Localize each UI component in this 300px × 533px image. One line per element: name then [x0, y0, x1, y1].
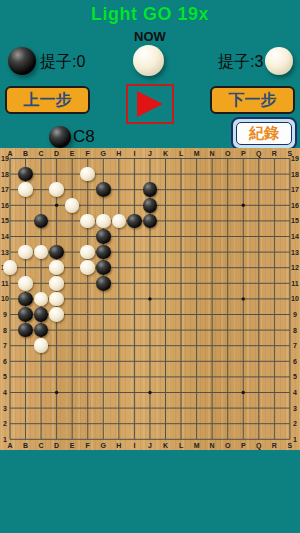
- stone-B13: [18, 245, 33, 260]
- row-label-left-13: 13: [0, 248, 10, 257]
- col-label-bottom-G: G: [96, 441, 110, 450]
- record-button-label: 紀錄: [249, 124, 279, 143]
- black-captures-label: 提子:0: [40, 52, 85, 73]
- col-label-bottom-M: M: [190, 441, 204, 450]
- row-label-right-4: 4: [290, 388, 300, 397]
- stone-I15: [127, 214, 142, 229]
- col-label-top-L: L: [174, 149, 188, 158]
- col-label-bottom-R: R: [267, 441, 281, 450]
- col-label-bottom-P: P: [236, 441, 250, 450]
- row-label-left-16: 16: [0, 201, 10, 210]
- row-label-right-10: 10: [290, 294, 300, 303]
- app-screen: Light GO 19x NOW 提子:0 提子:3 上一步 下一步 C8 紀錄…: [0, 0, 300, 533]
- row-label-left-19: 19: [0, 154, 10, 163]
- col-label-top-G: G: [96, 149, 110, 158]
- row-label-left-8: 8: [0, 326, 10, 335]
- col-label-top-I: I: [127, 149, 141, 158]
- col-label-top-P: P: [236, 149, 250, 158]
- col-label-bottom-O: O: [221, 441, 235, 450]
- col-label-top-J: J: [143, 149, 157, 158]
- col-label-bottom-F: F: [81, 441, 95, 450]
- stone-B10: [18, 292, 33, 307]
- record-button[interactable]: 紀錄: [231, 117, 297, 150]
- col-label-top-K: K: [159, 149, 173, 158]
- stone-D11: [49, 276, 64, 291]
- last-move-label: C8: [73, 127, 95, 147]
- last-move-stone-icon: [49, 126, 71, 148]
- col-label-bottom-I: I: [127, 441, 141, 450]
- row-label-right-17: 17: [290, 185, 300, 194]
- row-label-right-14: 14: [290, 232, 300, 241]
- stone-D9: [49, 307, 64, 322]
- row-label-left-4: 4: [0, 388, 10, 397]
- col-label-bottom-B: B: [19, 441, 33, 450]
- col-label-bottom-J: J: [143, 441, 157, 450]
- stone-D17: [49, 182, 64, 197]
- play-button[interactable]: [126, 84, 174, 124]
- row-label-left-14: 14: [0, 232, 10, 241]
- row-label-left-5: 5: [0, 372, 10, 381]
- col-label-top-R: R: [267, 149, 281, 158]
- row-label-right-2: 2: [290, 419, 300, 428]
- stone-D10: [49, 292, 64, 307]
- stone-G15: [96, 214, 111, 229]
- row-label-left-10: 10: [0, 294, 10, 303]
- record-button-inner: 紀錄: [236, 122, 292, 145]
- col-label-top-N: N: [205, 149, 219, 158]
- col-label-top-D: D: [50, 149, 64, 158]
- col-label-bottom-E: E: [65, 441, 79, 450]
- app-title: Light GO 19x: [0, 4, 300, 25]
- row-label-right-12: 12: [290, 263, 300, 272]
- row-label-left-3: 3: [0, 404, 10, 413]
- stone-F15: [80, 214, 95, 229]
- stone-G13: [96, 245, 111, 260]
- col-label-top-F: F: [81, 149, 95, 158]
- row-label-right-16: 16: [290, 201, 300, 210]
- col-label-top-Q: Q: [252, 149, 266, 158]
- row-label-left-9: 9: [0, 310, 10, 319]
- stone-B9: [18, 307, 33, 322]
- stone-B18: [18, 167, 33, 182]
- stone-G12: [96, 260, 111, 275]
- stone-G11: [96, 276, 111, 291]
- row-label-right-6: 6: [290, 357, 300, 366]
- stone-J16: [143, 198, 158, 213]
- row-label-left-1: 1: [0, 435, 10, 444]
- next-move-button[interactable]: 下一步: [210, 86, 295, 114]
- row-label-right-1: 1: [290, 435, 300, 444]
- row-label-right-18: 18: [290, 170, 300, 179]
- row-label-right-11: 11: [290, 279, 300, 288]
- row-label-left-2: 2: [0, 419, 10, 428]
- current-turn-stone-icon: [133, 45, 164, 76]
- col-label-bottom-C: C: [34, 441, 48, 450]
- stone-G17: [96, 182, 111, 197]
- col-label-top-C: C: [34, 149, 48, 158]
- row-label-left-18: 18: [0, 170, 10, 179]
- row-label-left-7: 7: [0, 341, 10, 350]
- col-label-bottom-N: N: [205, 441, 219, 450]
- black-player-stone-icon: [8, 47, 36, 75]
- row-label-right-15: 15: [290, 216, 300, 225]
- row-label-right-8: 8: [290, 326, 300, 335]
- stone-D12: [49, 260, 64, 275]
- col-label-bottom-Q: Q: [252, 441, 266, 450]
- stone-B11: [18, 276, 33, 291]
- col-label-top-B: B: [19, 149, 33, 158]
- row-label-right-7: 7: [290, 341, 300, 350]
- row-label-left-11: 11: [0, 279, 10, 288]
- col-label-top-M: M: [190, 149, 204, 158]
- stone-B8: [18, 323, 33, 338]
- row-label-right-3: 3: [290, 404, 300, 413]
- play-icon: [137, 91, 163, 117]
- row-label-left-17: 17: [0, 185, 10, 194]
- col-label-bottom-H: H: [112, 441, 126, 450]
- stone-J17: [143, 182, 158, 197]
- col-label-bottom-L: L: [174, 441, 188, 450]
- prev-move-button[interactable]: 上一步: [5, 86, 90, 114]
- row-label-right-5: 5: [290, 372, 300, 381]
- stone-G14: [96, 229, 111, 244]
- white-player-stone-icon: [265, 47, 293, 75]
- col-label-top-E: E: [65, 149, 79, 158]
- row-label-left-6: 6: [0, 357, 10, 366]
- row-label-right-13: 13: [290, 248, 300, 257]
- col-label-top-O: O: [221, 149, 235, 158]
- stone-C9: [34, 307, 49, 322]
- row-label-left-15: 15: [0, 216, 10, 225]
- go-board[interactable]: AABBCCDDEEFFGGHHIIJJKKLLMMNNOOPPQQRRSS19…: [0, 148, 300, 450]
- col-label-bottom-D: D: [50, 441, 64, 450]
- now-label: NOW: [0, 29, 300, 44]
- row-label-right-9: 9: [290, 310, 300, 319]
- white-captures-label: 提子:3: [218, 52, 263, 73]
- col-label-top-H: H: [112, 149, 126, 158]
- stone-A12: [3, 260, 18, 275]
- stone-B17: [18, 182, 33, 197]
- stone-F12: [80, 260, 95, 275]
- col-label-bottom-K: K: [159, 441, 173, 450]
- row-label-right-19: 19: [290, 154, 300, 163]
- stone-E16: [65, 198, 80, 213]
